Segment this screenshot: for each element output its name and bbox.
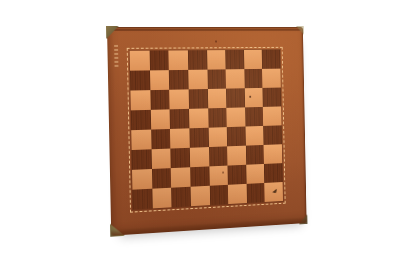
- square-f7[interactable]: [226, 69, 245, 89]
- age-spot: [222, 172, 224, 174]
- square-b6[interactable]: [150, 90, 170, 110]
- square-e4[interactable]: [208, 127, 227, 147]
- square-h3[interactable]: [264, 144, 282, 164]
- square-b3[interactable]: [151, 149, 171, 169]
- square-a2[interactable]: [132, 169, 152, 190]
- square-g3[interactable]: [246, 145, 265, 165]
- square-a4[interactable]: [131, 130, 151, 150]
- square-d7[interactable]: [188, 70, 207, 90]
- age-spot: [215, 41, 217, 43]
- square-f2[interactable]: [228, 165, 247, 185]
- square-h2[interactable]: [264, 163, 282, 183]
- chessboard-frame: [107, 27, 307, 236]
- square-b7[interactable]: [150, 70, 170, 90]
- square-a6[interactable]: [130, 90, 150, 110]
- maker-stamp: [114, 45, 118, 68]
- square-g4[interactable]: [245, 126, 264, 146]
- square-e7[interactable]: [207, 69, 226, 89]
- square-f6[interactable]: [226, 88, 245, 108]
- square-e1[interactable]: [209, 185, 228, 205]
- square-h7[interactable]: [262, 69, 280, 88]
- photo-scene: [0, 0, 400, 266]
- square-h6[interactable]: [263, 88, 281, 107]
- square-f3[interactable]: [227, 146, 246, 166]
- square-h8[interactable]: [262, 50, 280, 69]
- square-h4[interactable]: [263, 125, 281, 145]
- corner-cap-bottom-right-icon: [299, 215, 308, 225]
- square-b4[interactable]: [151, 129, 171, 149]
- square-h5[interactable]: [263, 106, 281, 125]
- square-b8[interactable]: [149, 51, 169, 71]
- square-e8[interactable]: [207, 50, 226, 70]
- square-f1[interactable]: [228, 184, 247, 204]
- square-c1[interactable]: [171, 187, 190, 208]
- square-c7[interactable]: [169, 70, 189, 90]
- square-d3[interactable]: [190, 147, 209, 167]
- square-g5[interactable]: [245, 107, 264, 127]
- square-g8[interactable]: [244, 50, 263, 69]
- square-a8[interactable]: [130, 51, 150, 71]
- square-e6[interactable]: [207, 89, 226, 109]
- square-f4[interactable]: [227, 127, 246, 147]
- square-c8[interactable]: [169, 50, 189, 70]
- corner-cap-top-right-icon: [296, 26, 304, 34]
- square-d2[interactable]: [190, 166, 209, 186]
- square-b5[interactable]: [150, 109, 170, 129]
- square-a1[interactable]: [132, 189, 152, 210]
- square-d5[interactable]: [189, 108, 208, 128]
- corner-cap-bottom-left-icon: [110, 223, 125, 237]
- square-e3[interactable]: [209, 146, 228, 166]
- square-c3[interactable]: [171, 148, 190, 168]
- square-d4[interactable]: [189, 128, 208, 148]
- square-a5[interactable]: [131, 110, 151, 130]
- square-f5[interactable]: [226, 107, 245, 127]
- square-c2[interactable]: [171, 167, 190, 187]
- stitched-playing-field: [127, 47, 286, 213]
- square-b1[interactable]: [152, 188, 172, 209]
- square-d8[interactable]: [188, 50, 207, 70]
- square-d6[interactable]: [189, 89, 208, 109]
- square-c5[interactable]: [170, 109, 190, 129]
- square-e5[interactable]: [208, 108, 227, 128]
- square-g7[interactable]: [244, 69, 263, 88]
- square-c4[interactable]: [170, 128, 190, 148]
- square-a7[interactable]: [130, 70, 150, 90]
- corner-cap-top-left-icon: [106, 26, 119, 39]
- square-f8[interactable]: [225, 50, 244, 69]
- square-g6[interactable]: [245, 88, 264, 107]
- age-spot: [249, 96, 251, 98]
- square-g2[interactable]: [246, 164, 265, 184]
- square-e2[interactable]: [209, 166, 228, 186]
- square-b2[interactable]: [152, 168, 172, 189]
- square-g1[interactable]: [246, 183, 265, 203]
- square-d1[interactable]: [190, 186, 209, 206]
- square-c6[interactable]: [169, 89, 189, 109]
- square-a3[interactable]: [132, 149, 152, 170]
- chess-board: [130, 50, 283, 210]
